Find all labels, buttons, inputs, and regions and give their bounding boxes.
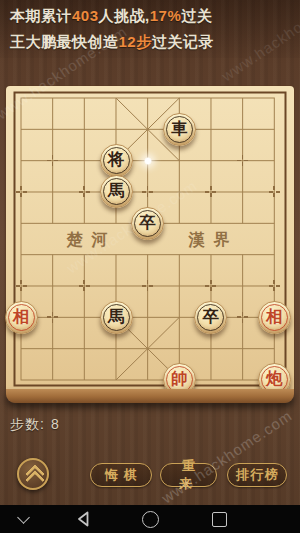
board-intersection[interactable]	[132, 270, 164, 301]
board-intersection[interactable]	[5, 208, 37, 239]
board-intersection[interactable]	[195, 333, 227, 364]
board-intersection[interactable]	[227, 333, 259, 364]
piece-character: 帥	[171, 371, 188, 389]
hide-navbar-icon[interactable]	[17, 511, 30, 524]
piece-black[interactable]: 卒	[131, 207, 164, 240]
board-intersection[interactable]	[37, 145, 69, 176]
board-intersection[interactable]	[69, 145, 101, 176]
board-intersection[interactable]: 卒	[132, 208, 164, 239]
piece-character: 相	[13, 309, 30, 327]
board-intersection[interactable]	[100, 114, 132, 145]
board-intersection[interactable]: 馬	[100, 302, 132, 333]
point-marker	[79, 186, 90, 197]
point-marker	[205, 186, 216, 197]
move-hint-dot	[144, 157, 152, 165]
board-intersection[interactable]	[195, 82, 227, 113]
board-intersection[interactable]	[5, 239, 37, 270]
board-intersection[interactable]	[37, 333, 69, 364]
board-intersection[interactable]	[163, 333, 195, 364]
piece-character: 車	[171, 121, 188, 139]
home-icon[interactable]	[142, 511, 159, 528]
piece-character: 卒	[139, 215, 156, 233]
board-intersection[interactable]	[195, 270, 227, 301]
point-marker	[142, 280, 153, 291]
board-intersection[interactable]	[69, 270, 101, 301]
board-intersection[interactable]	[195, 145, 227, 176]
board-intersection[interactable]	[132, 114, 164, 145]
back-icon[interactable]	[75, 510, 93, 528]
recents-icon[interactable]	[212, 512, 227, 527]
board-intersection[interactable]	[258, 176, 290, 207]
piece-black[interactable]: 将	[100, 144, 133, 177]
board-intersection[interactable]	[5, 145, 37, 176]
point-marker	[47, 155, 58, 166]
board-intersection[interactable]	[227, 145, 259, 176]
restart-button[interactable]: 重来	[160, 463, 217, 487]
board-intersection[interactable]	[37, 302, 69, 333]
stat-segment: 过关记录	[152, 33, 214, 50]
board-intersection[interactable]	[258, 270, 290, 301]
piece-red[interactable]: 相	[5, 301, 38, 334]
piece-black[interactable]: 馬	[100, 175, 133, 208]
board-intersection[interactable]: 卒	[195, 302, 227, 333]
step-value: 8	[51, 416, 60, 432]
undo-button[interactable]: 悔棋	[90, 463, 152, 487]
board-intersection[interactable]	[258, 114, 290, 145]
board-intersection[interactable]	[69, 82, 101, 113]
board-intersection[interactable]	[132, 176, 164, 207]
piece-black[interactable]: 車	[163, 113, 196, 146]
point-marker	[47, 312, 58, 323]
board-intersection[interactable]	[132, 333, 164, 364]
board-intersection[interactable]	[132, 239, 164, 270]
watermark: www.hackhome.com	[218, 0, 300, 84]
board-intersection[interactable]	[227, 114, 259, 145]
stat-segment: 人挑战,	[99, 7, 150, 24]
point-marker	[79, 280, 90, 291]
stat-segment: 403	[72, 7, 99, 24]
point-marker	[142, 186, 153, 197]
board-intersection[interactable]	[258, 82, 290, 113]
board-intersection[interactable]	[37, 114, 69, 145]
board-intersection[interactable]	[163, 208, 195, 239]
board-intersection[interactable]	[163, 239, 195, 270]
board-intersection[interactable]	[227, 239, 259, 270]
app-screen: 本期累计403人挑战,17%过关 王大鹏最快创造12步过关记录 楚河 漢界 車将…	[0, 0, 300, 533]
piece-character: 相	[266, 309, 283, 327]
board-intersection[interactable]	[227, 270, 259, 301]
board-intersection[interactable]	[37, 208, 69, 239]
board-intersection[interactable]: 馬	[100, 176, 132, 207]
board-intersection[interactable]	[5, 333, 37, 364]
point-marker	[269, 186, 280, 197]
board-intersection[interactable]	[227, 176, 259, 207]
board-intersection[interactable]	[37, 270, 69, 301]
board-intersection[interactable]	[37, 239, 69, 270]
board-intersection[interactable]	[258, 239, 290, 270]
expand-button[interactable]	[17, 458, 49, 490]
board-intersection[interactable]	[37, 176, 69, 207]
board-intersection[interactable]	[5, 270, 37, 301]
board-intersection[interactable]	[69, 239, 101, 270]
board-intersection[interactable]	[100, 270, 132, 301]
piece-character: 馬	[108, 309, 125, 327]
stats-line: 本期累计403人挑战,17%过关	[10, 6, 214, 25]
point-marker	[205, 280, 216, 291]
board-intersection[interactable]	[100, 208, 132, 239]
piece-character: 将	[108, 152, 125, 170]
board-intersection[interactable]: 将	[100, 145, 132, 176]
board-intersection[interactable]	[100, 333, 132, 364]
board-intersection[interactable]	[195, 239, 227, 270]
piece-black[interactable]: 馬	[100, 301, 133, 334]
board-intersection[interactable]	[163, 176, 195, 207]
board-intersection[interactable]	[100, 239, 132, 270]
board-intersection[interactable]	[163, 302, 195, 333]
board-intersection[interactable]	[227, 208, 259, 239]
board-intersection[interactable]	[163, 270, 195, 301]
board-intersection[interactable]	[195, 208, 227, 239]
board-bottom-edge	[6, 389, 294, 403]
point-marker	[237, 312, 248, 323]
step-label: 步数:	[10, 416, 45, 432]
board-intersection[interactable]	[227, 302, 259, 333]
board-intersection[interactable]	[195, 114, 227, 145]
board-intersection[interactable]: 車	[163, 114, 195, 145]
board-intersection[interactable]	[69, 333, 101, 364]
board-intersection[interactable]	[132, 302, 164, 333]
stat-segment: 王大鹏最快创造	[10, 33, 119, 50]
step-counter: 步数:8	[10, 416, 60, 434]
board-intersection[interactable]	[69, 208, 101, 239]
stat-segment: 过关	[181, 7, 212, 24]
board-intersection[interactable]	[163, 145, 195, 176]
point-marker	[16, 280, 27, 291]
piece-character: 卒	[203, 309, 220, 327]
stat-segment: 12步	[119, 33, 152, 50]
board-intersection[interactable]	[37, 82, 69, 113]
board-intersections: 車将馬卒相馬卒相帥炮	[5, 82, 290, 395]
android-navbar	[0, 505, 300, 533]
board-intersection[interactable]	[132, 82, 164, 113]
xiangqi-board: 楚河 漢界 車将馬卒相馬卒相帥炮	[6, 86, 294, 389]
stat-segment: 本期累计	[10, 7, 72, 24]
board-intersection[interactable]	[69, 176, 101, 207]
stat-segment: 17%	[150, 7, 182, 24]
board-intersection[interactable]: 相	[5, 302, 37, 333]
board-intersection[interactable]	[227, 82, 259, 113]
board-intersection[interactable]	[5, 114, 37, 145]
point-marker	[237, 155, 248, 166]
board-intersection[interactable]	[163, 82, 195, 113]
board-intersection[interactable]	[258, 145, 290, 176]
board-intersection[interactable]	[69, 302, 101, 333]
board-intersection[interactable]	[195, 176, 227, 207]
board-intersection[interactable]	[132, 145, 164, 176]
board-intersection[interactable]	[258, 333, 290, 364]
leaderboard-button[interactable]: 排行榜	[227, 463, 287, 487]
piece-character: 炮	[266, 371, 283, 389]
board-intersection[interactable]	[69, 114, 101, 145]
point-marker	[269, 280, 280, 291]
piece-character: 馬	[108, 183, 125, 201]
piece-red[interactable]: 相	[258, 301, 291, 334]
board-intersection[interactable]	[258, 208, 290, 239]
board-intersection[interactable]: 相	[258, 302, 290, 333]
board-intersection[interactable]	[5, 176, 37, 207]
point-marker	[16, 186, 27, 197]
piece-black[interactable]: 卒	[194, 301, 227, 334]
board-intersection[interactable]	[100, 82, 132, 113]
board-intersection[interactable]	[5, 82, 37, 113]
challenge-stats: 本期累计403人挑战,17%过关 王大鹏最快创造12步过关记录	[10, 6, 214, 58]
record-line: 王大鹏最快创造12步过关记录	[10, 32, 214, 51]
